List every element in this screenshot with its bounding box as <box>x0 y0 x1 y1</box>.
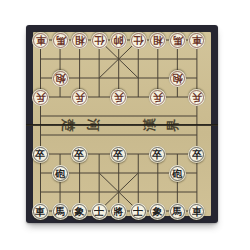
board-cell <box>31 164 51 183</box>
piece-black-elephant[interactable]: 象 <box>149 203 166 220</box>
piece-glyph: 兵 <box>35 89 45 105</box>
board-cell <box>89 164 109 183</box>
board-cell <box>109 183 129 202</box>
board-cell <box>168 126 188 145</box>
board-cell: 象 <box>148 202 168 221</box>
board-cell <box>148 126 168 145</box>
piece-glyph: 仕 <box>133 32 143 48</box>
board-cell <box>128 69 148 88</box>
piece-black-soldier[interactable]: 卒 <box>32 146 49 163</box>
board-cell <box>89 69 109 88</box>
board-cell <box>168 88 188 107</box>
board-cell: 卒 <box>31 145 51 164</box>
piece-black-soldier[interactable]: 卒 <box>110 146 127 163</box>
piece-black-advisor[interactable]: 士 <box>130 203 147 220</box>
board-cell <box>128 126 148 145</box>
piece-black-horse[interactable]: 馬 <box>169 203 186 220</box>
piece-red-soldier[interactable]: 兵 <box>110 89 127 106</box>
board-cell: 砲 <box>50 164 70 183</box>
piece-red-cannon[interactable]: 炮 <box>169 70 186 87</box>
piece-glyph: 將 <box>114 203 124 219</box>
board-cell <box>148 50 168 69</box>
board-cell <box>109 50 129 69</box>
board-cell: 兵 <box>187 88 207 107</box>
board-cell <box>148 107 168 126</box>
board-cell <box>50 50 70 69</box>
board-cell <box>187 126 207 145</box>
board-cell <box>168 145 188 164</box>
piece-red-cannon[interactable]: 炮 <box>52 70 69 87</box>
board-cell: 卒 <box>109 145 129 164</box>
piece-black-soldier[interactable]: 卒 <box>188 146 205 163</box>
piece-glyph: 象 <box>75 203 85 219</box>
board-cell <box>168 107 188 126</box>
board-cell <box>109 164 129 183</box>
piece-red-elephant[interactable]: 相 <box>149 32 166 49</box>
board-cell <box>70 107 90 126</box>
board-cell <box>50 126 70 145</box>
piece-black-horse[interactable]: 馬 <box>52 203 69 220</box>
piece-glyph: 兵 <box>75 89 85 105</box>
piece-red-soldier[interactable]: 兵 <box>149 89 166 106</box>
board-cell <box>89 88 109 107</box>
board-cell <box>148 183 168 202</box>
piece-glyph: 士 <box>133 203 143 219</box>
board-cell: 兵 <box>109 88 129 107</box>
board-cell: 士 <box>128 202 148 221</box>
piece-glyph: 卒 <box>153 146 163 162</box>
board-cell <box>50 145 70 164</box>
board-cell <box>187 69 207 88</box>
board-cell: 車 <box>187 31 207 50</box>
piece-glyph: 兵 <box>153 89 163 105</box>
board-cell <box>89 50 109 69</box>
board-cell <box>187 164 207 183</box>
board-cell <box>70 69 90 88</box>
board-cell: 車 <box>31 31 51 50</box>
board-cell <box>148 69 168 88</box>
piece-black-advisor[interactable]: 士 <box>91 203 108 220</box>
xiangqi-board: 楚 河 漢 界 車馬相仕帥仕相馬車炮炮兵兵兵兵兵卒卒卒卒卒砲砲車馬象士將士象馬車 <box>26 25 218 223</box>
piece-glyph: 車 <box>192 32 202 48</box>
piece-glyph: 帥 <box>114 32 124 48</box>
piece-glyph: 卒 <box>75 146 85 162</box>
board-cell <box>31 107 51 126</box>
piece-glyph: 馬 <box>55 32 65 48</box>
board-cell <box>128 183 148 202</box>
piece-glyph: 炮 <box>172 70 182 86</box>
piece-glyph: 馬 <box>55 203 65 219</box>
piece-glyph: 車 <box>35 32 45 48</box>
board-cell <box>187 50 207 69</box>
piece-glyph: 象 <box>153 203 163 219</box>
board-cell <box>148 164 168 183</box>
board-cell: 相 <box>70 31 90 50</box>
board-cell <box>168 50 188 69</box>
board-cell <box>168 183 188 202</box>
piece-red-soldier[interactable]: 兵 <box>71 89 88 106</box>
board-cell <box>70 164 90 183</box>
board-cell <box>50 183 70 202</box>
board-cell: 炮 <box>50 69 70 88</box>
board-cell <box>109 69 129 88</box>
board-cell: 卒 <box>70 145 90 164</box>
piece-glyph: 卒 <box>35 146 45 162</box>
piece-glyph: 砲 <box>172 165 182 181</box>
piece-glyph: 相 <box>153 32 163 48</box>
piece-black-general[interactable]: 將 <box>110 203 127 220</box>
piece-glyph: 相 <box>75 32 85 48</box>
board-cell <box>128 88 148 107</box>
board-cell <box>70 183 90 202</box>
board-cell <box>128 145 148 164</box>
board-cell: 象 <box>70 202 90 221</box>
board-cell: 炮 <box>168 69 188 88</box>
board-cell: 馬 <box>50 31 70 50</box>
piece-glyph: 砲 <box>55 165 65 181</box>
piece-red-soldier[interactable]: 兵 <box>32 89 49 106</box>
piece-black-cannon[interactable]: 砲 <box>52 165 69 182</box>
board-cell <box>89 107 109 126</box>
piece-black-elephant[interactable]: 象 <box>71 203 88 220</box>
piece-red-general[interactable]: 帥 <box>110 32 127 49</box>
board-cell <box>31 50 51 69</box>
board-cell <box>187 183 207 202</box>
board-cell: 兵 <box>148 88 168 107</box>
board-cell: 砲 <box>168 164 188 183</box>
board-cell <box>31 126 51 145</box>
board-cell: 仕 <box>128 31 148 50</box>
board-cell: 將 <box>109 202 129 221</box>
board-cell: 帥 <box>109 31 129 50</box>
board-cell: 馬 <box>50 202 70 221</box>
board-cell: 仕 <box>89 31 109 50</box>
piece-glyph: 卒 <box>192 146 202 162</box>
piece-black-soldier[interactable]: 卒 <box>149 146 166 163</box>
piece-glyph: 車 <box>192 203 202 219</box>
piece-glyph: 士 <box>94 203 104 219</box>
piece-red-advisor[interactable]: 仕 <box>91 32 108 49</box>
board-cell: 士 <box>89 202 109 221</box>
piece-glyph: 兵 <box>114 89 124 105</box>
board-cell: 馬 <box>168 31 188 50</box>
board-cell <box>70 126 90 145</box>
board-cell <box>31 69 51 88</box>
piece-glyph: 卒 <box>114 146 124 162</box>
piece-black-chariot[interactable]: 車 <box>32 203 49 220</box>
board-cell <box>109 107 129 126</box>
board-cell <box>128 50 148 69</box>
board-cell: 相 <box>148 31 168 50</box>
board-cell <box>50 88 70 107</box>
piece-red-advisor[interactable]: 仕 <box>130 32 147 49</box>
piece-glyph: 仕 <box>94 32 104 48</box>
piece-red-horse[interactable]: 馬 <box>169 32 186 49</box>
board-cell <box>31 183 51 202</box>
board-cell: 卒 <box>148 145 168 164</box>
board-cell: 卒 <box>187 145 207 164</box>
board-cell <box>187 107 207 126</box>
board-cells: 車馬相仕帥仕相馬車炮炮兵兵兵兵兵卒卒卒卒卒砲砲車馬象士將士象馬車 <box>31 31 207 221</box>
board-cell: 車 <box>31 202 51 221</box>
piece-red-chariot[interactable]: 車 <box>188 32 205 49</box>
piece-red-elephant[interactable]: 相 <box>71 32 88 49</box>
board-cell <box>128 107 148 126</box>
piece-red-chariot[interactable]: 車 <box>32 32 49 49</box>
piece-black-soldier[interactable]: 卒 <box>71 146 88 163</box>
board-cell <box>89 183 109 202</box>
board-cell: 車 <box>187 202 207 221</box>
piece-black-cannon[interactable]: 砲 <box>169 165 186 182</box>
piece-glyph: 炮 <box>55 70 65 86</box>
board-cell <box>128 164 148 183</box>
board-cell: 兵 <box>31 88 51 107</box>
board-cell <box>89 126 109 145</box>
board-cell: 馬 <box>168 202 188 221</box>
piece-glyph: 馬 <box>172 203 182 219</box>
board-cell <box>50 107 70 126</box>
piece-glyph: 馬 <box>172 32 182 48</box>
piece-red-horse[interactable]: 馬 <box>52 32 69 49</box>
board-cell: 兵 <box>70 88 90 107</box>
board-cell <box>89 145 109 164</box>
piece-glyph: 車 <box>35 203 45 219</box>
piece-black-chariot[interactable]: 車 <box>188 203 205 220</box>
board-cell <box>109 126 129 145</box>
board-cell <box>70 50 90 69</box>
piece-red-soldier[interactable]: 兵 <box>188 89 205 106</box>
piece-glyph: 兵 <box>192 89 202 105</box>
